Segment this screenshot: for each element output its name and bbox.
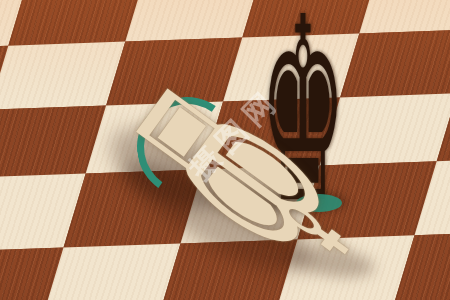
board-square <box>359 0 450 33</box>
board-square <box>340 29 450 97</box>
chess-photo: ♚ ♚ 摄图网 <box>0 0 450 300</box>
